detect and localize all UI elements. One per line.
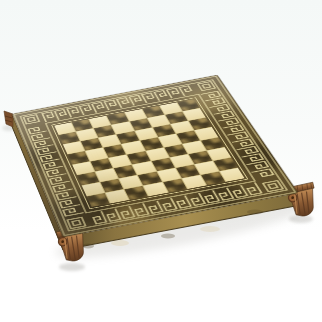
scene (0, 0, 322, 322)
